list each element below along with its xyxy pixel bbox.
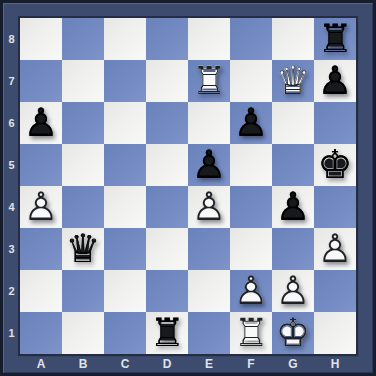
black-pawn[interactable]: ♟♙ [314,60,356,102]
square-b7[interactable] [62,60,104,102]
square-g4[interactable]: ♟♙ [272,186,314,228]
square-b1[interactable] [62,312,104,354]
square-a8[interactable] [20,18,62,60]
square-f7[interactable] [230,60,272,102]
black-pawn-outline: ♙ [24,103,59,142]
square-f1[interactable]: ♜♖ [230,312,272,354]
square-d2[interactable] [146,270,188,312]
file-label-c: C [104,356,146,373]
file-label-g: G [272,356,314,373]
white-pawn[interactable]: ♟♙ [272,270,314,312]
black-pawn[interactable]: ♟♙ [272,186,314,228]
square-h3[interactable]: ♟♙ [314,228,356,270]
square-a3[interactable] [20,228,62,270]
white-pawn-outline: ♙ [234,271,269,310]
square-h7[interactable]: ♟♙ [314,60,356,102]
square-g7[interactable]: ♛♕ [272,60,314,102]
square-c8[interactable] [104,18,146,60]
black-pawn-outline: ♙ [234,103,269,142]
square-h1[interactable] [314,312,356,354]
square-d1[interactable]: ♜♖ [146,312,188,354]
square-b8[interactable] [62,18,104,60]
white-pawn-outline: ♙ [276,271,311,310]
file-label-e: E [188,356,230,373]
black-king[interactable]: ♚♔ [314,144,356,186]
square-h2[interactable] [314,270,356,312]
square-h8[interactable]: ♜♖ [314,18,356,60]
square-b4[interactable] [62,186,104,228]
square-f2[interactable]: ♟♙ [230,270,272,312]
black-pawn[interactable]: ♟♙ [188,144,230,186]
square-c7[interactable] [104,60,146,102]
square-d7[interactable] [146,60,188,102]
white-pawn[interactable]: ♟♙ [20,186,62,228]
black-king-outline: ♔ [318,145,353,184]
square-a2[interactable] [20,270,62,312]
white-queen[interactable]: ♛♕ [272,60,314,102]
square-b2[interactable] [62,270,104,312]
rank-label-5: 5 [3,144,20,186]
file-label-b: B [62,356,104,373]
white-rook[interactable]: ♜♖ [188,60,230,102]
chess-board-frame: ♜♖♜♖♛♕♟♙♟♙♟♙♟♙♚♔♟♙♟♙♟♙♛♕♟♙♟♙♟♙♜♖♜♖♚♔ 876… [0,0,376,376]
square-b6[interactable] [62,102,104,144]
file-label-h: H [314,356,356,373]
square-e8[interactable] [188,18,230,60]
square-e7[interactable]: ♜♖ [188,60,230,102]
square-d6[interactable] [146,102,188,144]
file-label-a: A [20,356,62,373]
square-d3[interactable] [146,228,188,270]
rank-label-3: 3 [3,228,20,270]
square-b3[interactable]: ♛♕ [62,228,104,270]
rank-label-8: 8 [3,18,20,60]
white-pawn[interactable]: ♟♙ [314,228,356,270]
square-g6[interactable] [272,102,314,144]
rank-label-4: 4 [3,186,20,228]
rank-label-7: 7 [3,60,20,102]
white-rook-outline: ♖ [234,313,269,352]
white-rook[interactable]: ♜♖ [230,312,272,354]
square-b5[interactable] [62,144,104,186]
square-h6[interactable] [314,102,356,144]
square-e6[interactable] [188,102,230,144]
square-g3[interactable] [272,228,314,270]
black-pawn-outline: ♙ [318,61,353,100]
square-f3[interactable] [230,228,272,270]
square-g5[interactable] [272,144,314,186]
white-pawn-outline: ♙ [318,229,353,268]
square-f8[interactable] [230,18,272,60]
white-pawn-outline: ♙ [24,187,59,226]
file-label-d: D [146,356,188,373]
square-a6[interactable]: ♟♙ [20,102,62,144]
square-h4[interactable] [314,186,356,228]
square-g8[interactable] [272,18,314,60]
square-a5[interactable] [20,144,62,186]
black-pawn-outline: ♙ [192,145,227,184]
black-rook-outline: ♖ [318,19,353,58]
rank-label-2: 2 [3,270,20,312]
black-rook[interactable]: ♜♖ [314,18,356,60]
black-pawn[interactable]: ♟♙ [230,102,272,144]
white-king[interactable]: ♚♔ [272,312,314,354]
square-c4[interactable] [104,186,146,228]
black-pawn[interactable]: ♟♙ [20,102,62,144]
square-d5[interactable] [146,144,188,186]
square-g2[interactable]: ♟♙ [272,270,314,312]
file-label-f: F [230,356,272,373]
square-c5[interactable] [104,144,146,186]
square-h5[interactable]: ♚♔ [314,144,356,186]
square-a7[interactable] [20,60,62,102]
white-pawn-outline: ♙ [192,187,227,226]
square-f5[interactable] [230,144,272,186]
square-f6[interactable]: ♟♙ [230,102,272,144]
square-e5[interactable]: ♟♙ [188,144,230,186]
square-c3[interactable] [104,228,146,270]
square-d4[interactable] [146,186,188,228]
rank-label-6: 6 [3,102,20,144]
white-pawn[interactable]: ♟♙ [230,270,272,312]
square-c6[interactable] [104,102,146,144]
white-rook-outline: ♖ [192,61,227,100]
square-d8[interactable] [146,18,188,60]
square-e2[interactable] [188,270,230,312]
square-c1[interactable] [104,312,146,354]
chess-board[interactable]: ♜♖♜♖♛♕♟♙♟♙♟♙♟♙♚♔♟♙♟♙♟♙♛♕♟♙♟♙♟♙♜♖♜♖♚♔ [20,18,356,354]
black-rook[interactable]: ♜♖ [146,312,188,354]
square-e3[interactable] [188,228,230,270]
rank-label-1: 1 [3,312,20,354]
square-e1[interactable] [188,312,230,354]
black-pawn-outline: ♙ [276,187,311,226]
square-e4[interactable]: ♟♙ [188,186,230,228]
square-a4[interactable]: ♟♙ [20,186,62,228]
white-pawn[interactable]: ♟♙ [188,186,230,228]
black-queen[interactable]: ♛♕ [62,228,104,270]
square-a1[interactable] [20,312,62,354]
white-queen-outline: ♕ [276,61,311,100]
black-queen-outline: ♕ [66,229,101,268]
white-king-outline: ♔ [276,313,311,352]
square-f4[interactable] [230,186,272,228]
black-rook-outline: ♖ [150,313,185,352]
square-g1[interactable]: ♚♔ [272,312,314,354]
square-c2[interactable] [104,270,146,312]
